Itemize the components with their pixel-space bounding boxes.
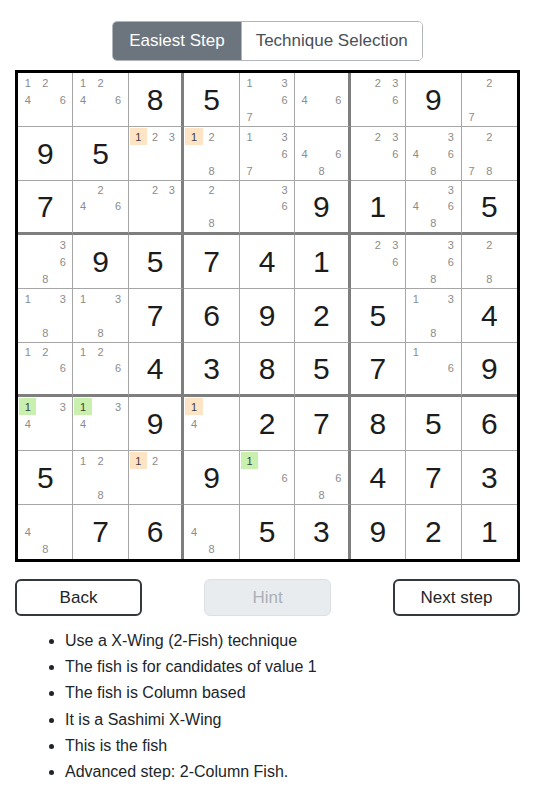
cell-r6c5[interactable]: 8 (240, 343, 295, 397)
candidates: 138 (73, 289, 127, 342)
cell-value: 2 (406, 505, 460, 559)
candidate-8: 8 (203, 162, 220, 179)
cell-r9c6[interactable]: 3 (295, 505, 350, 559)
cell-r1c2[interactable]: 1246 (73, 73, 128, 127)
candidates: 468 (295, 127, 347, 180)
cell-value: 8 (240, 343, 294, 394)
cell-r3c7[interactable]: 1 (351, 181, 406, 235)
cell-r5c9[interactable]: 4 (462, 289, 517, 343)
candidate-4: 4 (19, 523, 36, 540)
cell-value: 5 (462, 181, 517, 232)
cell-value: 9 (73, 235, 127, 288)
cell-r9c5[interactable]: 5 (240, 505, 295, 559)
candidates: 246 (73, 181, 127, 232)
cell-value: 3 (184, 343, 238, 394)
cell-r2c1[interactable]: 9 (18, 127, 73, 181)
cell-value: 5 (18, 451, 72, 504)
candidate-6: 6 (54, 91, 71, 108)
cell-r2c6[interactable]: 468 (295, 127, 350, 181)
candidates: 134 (18, 397, 72, 450)
cell-r8c4[interactable]: 9 (184, 451, 239, 505)
candidates: 1246 (18, 73, 72, 126)
cell-r1c1[interactable]: 1246 (18, 73, 73, 127)
cell-r3c4[interactable]: 28 (184, 181, 239, 235)
candidate-8: 8 (36, 270, 53, 287)
cell-value: 6 (462, 397, 517, 450)
candidate-6: 6 (54, 360, 71, 376)
candidate-1-highlighted-green: 1 (74, 398, 91, 415)
candidates: 236 (351, 235, 405, 288)
candidates: 28 (184, 181, 238, 232)
candidate-6: 6 (109, 198, 126, 214)
cell-r4c5[interactable]: 4 (240, 235, 295, 289)
next-step-button[interactable]: Next step (393, 579, 520, 616)
cell-r5c7[interactable]: 5 (351, 289, 406, 343)
cell-value: 9 (462, 343, 517, 394)
candidate-2: 2 (203, 128, 220, 145)
cell-r8c5[interactable]: 16 (240, 451, 295, 505)
cell-value: 4 (351, 451, 405, 504)
candidate-2: 2 (147, 128, 164, 145)
cell-r6c2[interactable]: 126 (73, 343, 128, 397)
cell-r8c8[interactable]: 7 (406, 451, 461, 505)
cell-value: 7 (184, 235, 238, 288)
candidates: 36 (240, 181, 294, 232)
cell-r2c2[interactable]: 5 (73, 127, 128, 181)
cell-value: 5 (73, 127, 127, 180)
candidate-6: 6 (330, 469, 347, 486)
cell-r7c5[interactable]: 2 (240, 397, 295, 451)
cell-value: 7 (18, 181, 72, 232)
step-mode-tabs: Easiest Step Technique Selection (112, 21, 423, 61)
candidates: 128 (73, 451, 127, 504)
candidate-8: 8 (92, 486, 109, 503)
candidate-2: 2 (480, 128, 498, 145)
cell-r2c7[interactable]: 236 (351, 127, 406, 181)
candidate-3: 3 (54, 398, 71, 415)
cell-r2c5[interactable]: 1367 (240, 127, 295, 181)
candidate-4: 4 (19, 91, 36, 108)
candidates: 123 (129, 127, 181, 180)
candidate-8: 8 (203, 541, 220, 558)
candidates: 23 (129, 181, 181, 232)
candidate-8: 8 (425, 215, 442, 231)
cell-r5c3[interactable]: 7 (129, 289, 184, 343)
candidates: 3468 (406, 127, 460, 180)
cell-r6c7[interactable]: 7 (351, 343, 406, 397)
cell-r1c8[interactable]: 9 (406, 73, 461, 127)
cell-r6c3[interactable]: 4 (129, 343, 184, 397)
cell-value: 4 (129, 343, 181, 394)
candidates: 46 (295, 73, 347, 126)
candidates: 1367 (240, 73, 294, 126)
candidate-6: 6 (276, 91, 293, 108)
candidate-3: 3 (442, 182, 459, 198)
candidate-8: 8 (313, 486, 330, 503)
candidate-7: 7 (241, 162, 258, 179)
candidate-3: 3 (442, 128, 459, 145)
candidate-6: 6 (330, 91, 347, 108)
candidate-1: 1 (241, 74, 258, 91)
cell-r6c9[interactable]: 9 (462, 343, 517, 397)
candidate-8: 8 (203, 215, 220, 231)
cell-r9c8[interactable]: 2 (406, 505, 461, 559)
cell-value: 5 (129, 235, 181, 288)
cell-value: 4 (240, 235, 294, 288)
candidate-1: 1 (19, 344, 36, 360)
cell-r9c2[interactable]: 7 (73, 505, 128, 559)
candidate-8: 8 (313, 162, 330, 179)
cell-r5c1[interactable]: 138 (18, 289, 73, 343)
cell-value: 6 (184, 289, 238, 342)
candidate-1: 1 (241, 128, 258, 145)
candidates: 126 (18, 343, 72, 394)
cell-r9c4[interactable]: 48 (184, 505, 239, 559)
cell-value: 7 (406, 451, 460, 504)
candidate-1-highlighted-green: 1 (19, 398, 36, 415)
cell-value: 9 (295, 181, 347, 232)
candidate-7: 7 (463, 108, 481, 125)
candidate-6: 6 (387, 91, 404, 108)
candidates: 14 (184, 397, 238, 450)
candidate-3: 3 (276, 182, 293, 198)
cell-value: 5 (351, 289, 405, 342)
candidate-3: 3 (276, 74, 293, 91)
cell-r6c4[interactable]: 3 (184, 343, 239, 397)
candidate-1: 1 (19, 74, 36, 91)
cell-r5c8[interactable]: 138 (406, 289, 461, 343)
candidate-4: 4 (74, 198, 91, 214)
candidate-4: 4 (407, 198, 424, 214)
candidate-7: 7 (463, 162, 481, 179)
cell-value: 9 (18, 127, 72, 180)
cell-r1c6[interactable]: 46 (295, 73, 350, 127)
cell-r4c8[interactable]: 368 (406, 235, 461, 289)
candidates: 3468 (406, 181, 460, 232)
candidate-1: 1 (407, 290, 424, 307)
cell-r1c3[interactable]: 8 (129, 73, 184, 127)
cell-r2c8[interactable]: 3468 (406, 127, 461, 181)
cell-value: 9 (240, 289, 294, 342)
cell-r4c2[interactable]: 9 (73, 235, 128, 289)
candidates: 16 (406, 343, 460, 394)
cell-r6c8[interactable]: 16 (406, 343, 461, 397)
candidate-6: 6 (442, 198, 459, 214)
candidates: 138 (18, 289, 72, 342)
candidates: 134 (73, 397, 127, 450)
candidate-3: 3 (164, 128, 181, 145)
cell-value: 9 (406, 73, 460, 126)
cell-r3c2[interactable]: 246 (73, 181, 128, 235)
cell-value: 1 (295, 235, 347, 288)
cell-r9c1[interactable]: 48 (18, 505, 73, 559)
cell-r8c3[interactable]: 12 (129, 451, 184, 505)
cell-r3c3[interactable]: 23 (129, 181, 184, 235)
cell-value: 5 (240, 505, 294, 559)
cell-r1c5[interactable]: 1367 (240, 73, 295, 127)
tab-technique-selection[interactable]: Technique Selection (241, 22, 422, 60)
cell-r1c4[interactable]: 5 (184, 73, 239, 127)
cell-r2c9[interactable]: 278 (462, 127, 517, 181)
cell-r6c1[interactable]: 126 (18, 343, 73, 397)
candidate-8: 8 (92, 324, 109, 341)
candidate-6: 6 (442, 360, 459, 376)
cell-r3c5[interactable]: 36 (240, 181, 295, 235)
cell-r9c7[interactable]: 9 (351, 505, 406, 559)
hints-list: Use a X-Wing (2-Fish) techniqueThe fish … (25, 631, 535, 781)
back-button[interactable]: Back (15, 579, 142, 616)
candidate-2: 2 (147, 452, 164, 469)
action-buttons: Back Hint Next step (15, 579, 520, 616)
candidate-6: 6 (109, 91, 126, 108)
candidate-2: 2 (92, 344, 109, 360)
cell-r9c3[interactable]: 6 (129, 505, 184, 559)
candidate-3: 3 (442, 236, 459, 253)
cell-r4c1[interactable]: 368 (18, 235, 73, 289)
cell-r2c3[interactable]: 123 (129, 127, 184, 181)
candidate-4: 4 (296, 145, 313, 162)
candidate-2: 2 (92, 182, 109, 198)
candidate-8: 8 (36, 541, 53, 558)
candidates: 278 (462, 127, 517, 180)
cell-value: 9 (351, 505, 405, 559)
cell-value: 2 (295, 289, 347, 342)
candidate-3: 3 (442, 290, 459, 307)
cell-r7c4[interactable]: 14 (184, 397, 239, 451)
candidates: 236 (351, 127, 405, 180)
candidate-6: 6 (442, 145, 459, 162)
candidate-2: 2 (92, 452, 109, 469)
hint-item: The fish is Column based (65, 683, 535, 702)
hint-item: It is a Sashimi X-Wing (65, 710, 535, 729)
cell-value: 3 (462, 451, 517, 504)
candidate-1: 1 (74, 290, 91, 307)
cell-r7c7[interactable]: 8 (351, 397, 406, 451)
candidates: 138 (406, 289, 460, 342)
candidate-4: 4 (185, 415, 202, 432)
cell-r5c6[interactable]: 2 (295, 289, 350, 343)
candidate-2: 2 (480, 236, 498, 253)
candidate-3: 3 (54, 290, 71, 307)
cell-value: 3 (295, 505, 347, 559)
candidate-2: 2 (36, 344, 53, 360)
candidate-4: 4 (407, 145, 424, 162)
candidate-1: 1 (74, 74, 91, 91)
cell-r4c4[interactable]: 7 (184, 235, 239, 289)
cell-value: 9 (129, 397, 181, 450)
cell-r3c9[interactable]: 5 (462, 181, 517, 235)
cell-r1c9[interactable]: 27 (462, 73, 517, 127)
cell-value: 9 (184, 451, 238, 504)
hint-item: Advanced step: 2-Column Fish. (65, 762, 535, 781)
cell-r7c1[interactable]: 134 (18, 397, 73, 451)
candidate-6: 6 (276, 198, 293, 214)
hint-button[interactable]: Hint (204, 579, 331, 616)
cell-value: 5 (406, 397, 460, 450)
cell-r2c4[interactable]: 128 (184, 127, 239, 181)
candidate-2: 2 (203, 182, 220, 198)
candidate-2: 2 (369, 74, 386, 91)
candidate-8: 8 (36, 324, 53, 341)
candidate-2: 2 (92, 74, 109, 91)
cell-value: 2 (240, 397, 294, 450)
candidate-6: 6 (442, 253, 459, 270)
hint-item: The fish is for candidates of value 1 (65, 657, 535, 676)
cell-r7c3[interactable]: 9 (129, 397, 184, 451)
candidate-2: 2 (480, 74, 498, 91)
cell-value: 5 (184, 73, 238, 126)
candidate-3: 3 (276, 128, 293, 145)
candidate-1-highlighted-orange: 1 (185, 398, 202, 415)
cell-r7c8[interactable]: 5 (406, 397, 461, 451)
candidates: 368 (406, 235, 460, 288)
cell-r1c7[interactable]: 236 (351, 73, 406, 127)
candidate-4: 4 (296, 91, 313, 108)
cell-r8c6[interactable]: 68 (295, 451, 350, 505)
board-wrap: 1246124685136746236927951231281367468236… (15, 70, 520, 562)
candidate-1: 1 (74, 344, 91, 360)
candidates: 27 (462, 73, 517, 126)
cell-r5c2[interactable]: 138 (73, 289, 128, 343)
candidates: 16 (240, 451, 294, 504)
cell-value: 7 (295, 397, 347, 450)
candidate-1-highlighted-orange: 1 (130, 452, 147, 469)
hint-item: This is the fish (65, 736, 535, 755)
cell-r8c1[interactable]: 5 (18, 451, 73, 505)
cell-r3c1[interactable]: 7 (18, 181, 73, 235)
candidate-8: 8 (425, 162, 442, 179)
candidate-2: 2 (369, 128, 386, 145)
cell-value: 7 (129, 289, 181, 342)
sudoku-board: 1246124685136746236927951231281367468236… (15, 70, 520, 562)
cell-r3c8[interactable]: 3468 (406, 181, 461, 235)
candidate-4: 4 (19, 415, 36, 432)
cell-r7c6[interactable]: 7 (295, 397, 350, 451)
candidates: 128 (184, 127, 238, 180)
cell-value: 7 (351, 343, 405, 394)
candidate-6: 6 (387, 145, 404, 162)
candidate-3: 3 (387, 74, 404, 91)
candidates: 236 (351, 73, 405, 126)
candidate-1-highlighted-green: 1 (241, 452, 258, 469)
cell-value: 4 (462, 289, 517, 342)
candidate-3: 3 (387, 128, 404, 145)
candidate-6: 6 (54, 253, 71, 270)
cell-r4c6[interactable]: 1 (295, 235, 350, 289)
candidate-6: 6 (276, 145, 293, 162)
candidate-3: 3 (387, 236, 404, 253)
candidates: 368 (18, 235, 72, 288)
cell-r5c4[interactable]: 6 (184, 289, 239, 343)
cell-r8c2[interactable]: 128 (73, 451, 128, 505)
cell-value: 5 (295, 343, 347, 394)
candidate-1: 1 (407, 344, 424, 360)
candidates: 28 (462, 235, 517, 288)
candidate-6: 6 (109, 360, 126, 376)
candidate-8: 8 (480, 270, 498, 287)
candidate-4: 4 (185, 523, 202, 540)
candidate-2: 2 (369, 236, 386, 253)
tab-easiest-step[interactable]: Easiest Step (113, 22, 240, 60)
cell-r8c9[interactable]: 3 (462, 451, 517, 505)
candidates: 12 (129, 451, 181, 504)
candidate-3: 3 (54, 236, 71, 253)
candidate-1-highlighted-orange: 1 (185, 128, 202, 145)
candidate-6: 6 (276, 469, 293, 486)
candidate-7: 7 (241, 108, 258, 125)
candidate-8: 8 (480, 162, 498, 179)
cell-r7c9[interactable]: 6 (462, 397, 517, 451)
cell-r5c5[interactable]: 9 (240, 289, 295, 343)
cell-value: 6 (129, 505, 181, 559)
candidate-1: 1 (19, 290, 36, 307)
cell-value: 8 (129, 73, 181, 126)
candidate-3: 3 (109, 290, 126, 307)
cell-r9c9[interactable]: 1 (462, 505, 517, 559)
cell-value: 1 (351, 181, 405, 232)
candidate-6: 6 (387, 253, 404, 270)
candidate-6: 6 (330, 145, 347, 162)
candidates: 68 (295, 451, 347, 504)
candidates: 126 (73, 343, 127, 394)
cell-r4c3[interactable]: 5 (129, 235, 184, 289)
candidate-4: 4 (74, 91, 91, 108)
candidates: 48 (18, 505, 72, 559)
cell-r8c7[interactable]: 4 (351, 451, 406, 505)
candidate-2: 2 (147, 182, 164, 198)
candidate-8: 8 (425, 324, 442, 341)
candidate-3: 3 (164, 182, 181, 198)
candidate-8: 8 (425, 270, 442, 287)
candidate-2: 2 (36, 74, 53, 91)
hint-item: Use a X-Wing (2-Fish) technique (65, 631, 535, 650)
cell-r3c6[interactable]: 9 (295, 181, 350, 235)
cell-r6c6[interactable]: 5 (295, 343, 350, 397)
cell-value: 7 (73, 505, 127, 559)
candidate-1: 1 (74, 452, 91, 469)
cell-r7c2[interactable]: 134 (73, 397, 128, 451)
cell-r4c7[interactable]: 236 (351, 235, 406, 289)
candidate-4: 4 (74, 415, 91, 432)
candidate-3: 3 (109, 398, 126, 415)
cell-r4c9[interactable]: 28 (462, 235, 517, 289)
candidates: 48 (184, 505, 238, 559)
candidates: 1367 (240, 127, 294, 180)
candidate-1-highlighted-orange: 1 (130, 128, 147, 145)
cell-value: 8 (351, 397, 405, 450)
cell-value: 1 (462, 505, 517, 559)
candidates: 1246 (73, 73, 127, 126)
